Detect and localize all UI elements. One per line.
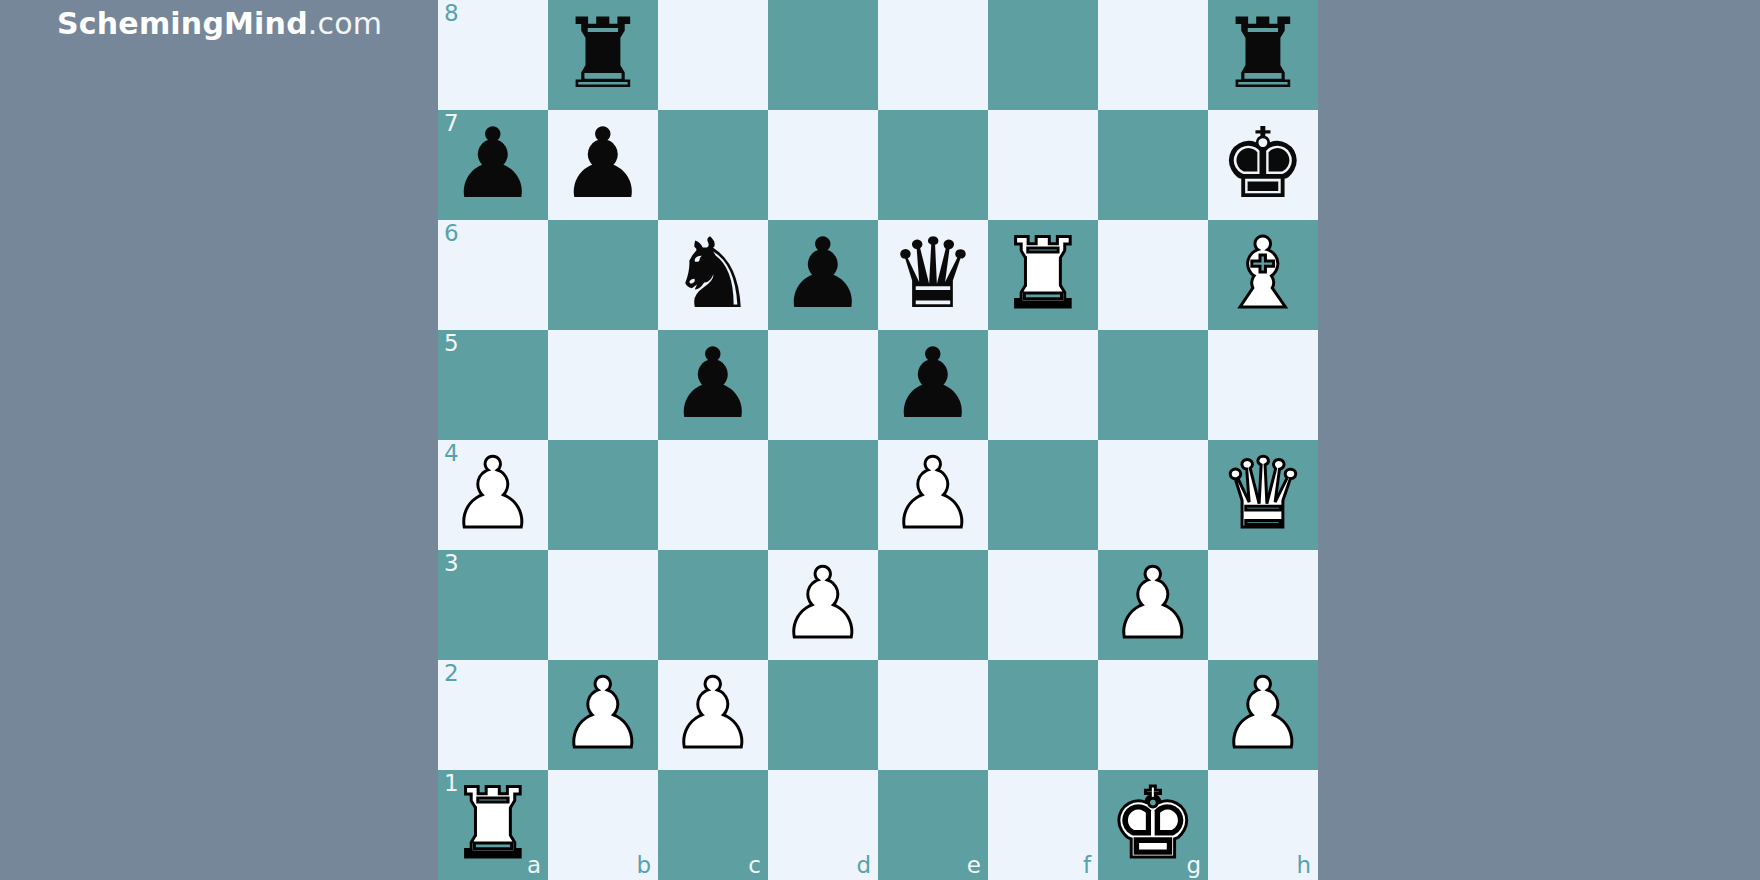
square-c7[interactable] [658,110,768,220]
square-h5[interactable] [1208,330,1318,440]
square-h3[interactable] [1208,550,1318,660]
square-g8[interactable] [1098,0,1208,110]
square-d6[interactable]: ♟ [768,220,878,330]
white-rook[interactable]: ♜ [1000,225,1087,322]
square-e8[interactable] [878,0,988,110]
square-a7[interactable]: 7♟ [438,110,548,220]
square-b6[interactable] [548,220,658,330]
square-f3[interactable] [988,550,1098,660]
square-d1[interactable]: d [768,770,878,880]
square-a2[interactable]: 2 [438,660,548,770]
square-f6[interactable]: ♜ [988,220,1098,330]
white-pawn[interactable]: ♟ [450,445,537,542]
white-rook[interactable]: ♜ [450,775,537,872]
square-g2[interactable] [1098,660,1208,770]
site-logo-brand: SchemingMind [57,6,308,41]
square-e4[interactable]: ♟ [878,440,988,550]
file-label-f: f [1083,854,1091,877]
square-e3[interactable] [878,550,988,660]
black-rook[interactable]: ♜ [560,5,647,102]
square-a5[interactable]: 5 [438,330,548,440]
file-label-e: e [967,854,981,877]
square-h8[interactable]: ♜ [1208,0,1318,110]
black-pawn[interactable]: ♟ [890,335,977,432]
square-a3[interactable]: 3 [438,550,548,660]
square-d2[interactable] [768,660,878,770]
square-f2[interactable] [988,660,1098,770]
square-d3[interactable]: ♟ [768,550,878,660]
square-f4[interactable] [988,440,1098,550]
square-f5[interactable] [988,330,1098,440]
square-c3[interactable] [658,550,768,660]
square-g7[interactable] [1098,110,1208,220]
square-e6[interactable]: ♛ [878,220,988,330]
white-pawn[interactable]: ♟ [890,445,977,542]
white-pawn[interactable]: ♟ [780,555,867,652]
square-h1[interactable]: h [1208,770,1318,880]
white-queen[interactable]: ♛ [1220,445,1307,542]
square-b8[interactable]: ♜ [548,0,658,110]
black-queen[interactable]: ♛ [890,225,977,322]
file-label-d: d [856,854,871,877]
white-pawn[interactable]: ♟ [1110,555,1197,652]
file-label-b: b [636,854,651,877]
square-c1[interactable]: c [658,770,768,880]
file-label-h: h [1296,854,1311,877]
file-label-c: c [748,854,761,877]
square-g3[interactable]: ♟ [1098,550,1208,660]
site-logo[interactable]: SchemingMind.com [57,6,382,42]
square-a6[interactable]: 6 [438,220,548,330]
square-d8[interactable] [768,0,878,110]
square-b1[interactable]: b [548,770,658,880]
rank-label-5: 5 [444,332,459,355]
square-e1[interactable]: e [878,770,988,880]
square-e2[interactable] [878,660,988,770]
white-pawn[interactable]: ♟ [1220,665,1307,762]
black-pawn[interactable]: ♟ [670,335,757,432]
square-f7[interactable] [988,110,1098,220]
square-a1[interactable]: 1a♜ [438,770,548,880]
square-g6[interactable] [1098,220,1208,330]
square-c8[interactable] [658,0,768,110]
square-h4[interactable]: ♛ [1208,440,1318,550]
white-pawn[interactable]: ♟ [560,665,647,762]
site-logo-suffix: .com [308,6,382,41]
black-pawn[interactable]: ♟ [560,115,647,212]
square-g5[interactable] [1098,330,1208,440]
chess-board: 8♜♜7♟♟♚6♞♟♛♜♝5♟♟4♟♟♛3♟♟2♟♟♟1a♜bcdefg♚h [438,0,1318,880]
square-c5[interactable]: ♟ [658,330,768,440]
white-pawn[interactable]: ♟ [670,665,757,762]
black-pawn[interactable]: ♟ [780,225,867,322]
square-h7[interactable]: ♚ [1208,110,1318,220]
square-a4[interactable]: 4♟ [438,440,548,550]
rank-label-2: 2 [444,662,459,685]
square-e5[interactable]: ♟ [878,330,988,440]
square-c2[interactable]: ♟ [658,660,768,770]
square-d4[interactable] [768,440,878,550]
rank-label-8: 8 [444,2,459,25]
square-d7[interactable] [768,110,878,220]
square-b3[interactable] [548,550,658,660]
square-a8[interactable]: 8 [438,0,548,110]
square-e7[interactable] [878,110,988,220]
square-c4[interactable] [658,440,768,550]
square-b7[interactable]: ♟ [548,110,658,220]
black-king[interactable]: ♚ [1220,115,1307,212]
square-g1[interactable]: g♚ [1098,770,1208,880]
rank-label-6: 6 [444,222,459,245]
square-h2[interactable]: ♟ [1208,660,1318,770]
white-bishop[interactable]: ♝ [1220,225,1307,322]
square-g4[interactable] [1098,440,1208,550]
square-f1[interactable]: f [988,770,1098,880]
square-f8[interactable] [988,0,1098,110]
square-d5[interactable] [768,330,878,440]
square-c6[interactable]: ♞ [658,220,768,330]
black-knight[interactable]: ♞ [670,225,757,322]
square-b5[interactable] [548,330,658,440]
black-pawn[interactable]: ♟ [450,115,537,212]
black-rook[interactable]: ♜ [1220,5,1307,102]
square-b4[interactable] [548,440,658,550]
rank-label-3: 3 [444,552,459,575]
square-b2[interactable]: ♟ [548,660,658,770]
white-king[interactable]: ♚ [1110,775,1197,872]
square-h6[interactable]: ♝ [1208,220,1318,330]
